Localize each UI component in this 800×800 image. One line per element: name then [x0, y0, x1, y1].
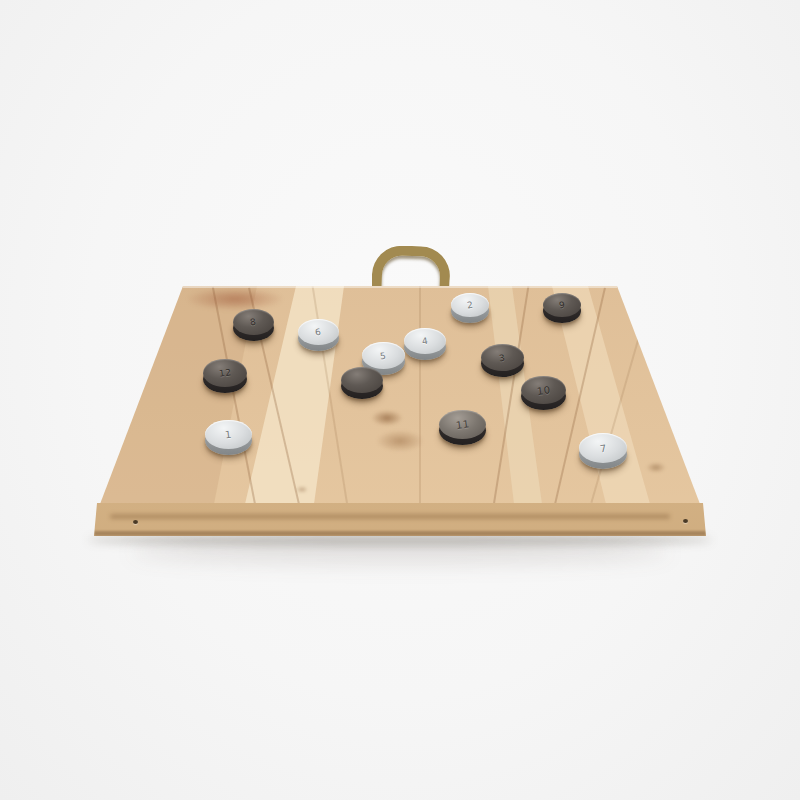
disc-face: 7 [579, 433, 627, 463]
wood-plank-streak [0, 0, 800, 800]
palet-disc-dark-12: 12 [203, 359, 247, 394]
wood-knot [371, 410, 403, 426]
disc-number: 12 [218, 367, 232, 379]
disc-face: 3 [481, 344, 524, 371]
wood-plank-streak [0, 0, 800, 800]
wood-knot [646, 462, 666, 473]
disc-face: 2 [451, 293, 489, 317]
board-top-edge-highlight [183, 286, 617, 288]
palet-disc-silver-1: 1 [205, 420, 252, 456]
palet-disc-dark-9: 9 [543, 293, 581, 324]
plank-seam [419, 285, 421, 507]
palet-disc-silver-4: 4 [404, 328, 446, 361]
rail-bottom-edge [94, 531, 706, 536]
palet-disc-silver-7: 7 [579, 433, 627, 470]
palet-disc-silver-6: 6 [298, 319, 339, 352]
palet-disc-dark-unmarked [341, 367, 383, 400]
disc-face: 1 [205, 420, 252, 449]
palet-disc-dark-8: 8 [233, 309, 274, 342]
disc-number: 1 [224, 429, 232, 441]
disc-number: 6 [315, 327, 323, 338]
wood-stain [188, 288, 282, 310]
palet-disc-dark-10: 10 [521, 376, 566, 411]
board-shadow-soft [130, 540, 670, 564]
disc-number: 7 [599, 442, 607, 454]
disc-number: 3 [499, 352, 507, 363]
disc-face: 6 [298, 319, 339, 345]
disc-face: 8 [233, 309, 274, 335]
disc-face: 9 [543, 293, 581, 317]
wood-plank-streak [0, 0, 800, 800]
disc-number: 10 [536, 384, 551, 397]
product-photo-scene: 2 9 8 6 4 5 3 12 10 11 1 [0, 0, 800, 800]
disc-number: 9 [558, 300, 566, 311]
palet-disc-dark-11: 11 [439, 410, 486, 446]
wood-knot [296, 486, 308, 493]
disc-face: 12 [203, 359, 247, 387]
disc-number: 11 [455, 418, 470, 431]
disc-number: 4 [421, 336, 429, 347]
disc-face [341, 367, 383, 393]
screw-hole [133, 520, 138, 524]
disc-face: 5 [362, 342, 405, 369]
disc-number: 5 [380, 350, 388, 361]
palet-disc-dark-3: 3 [481, 344, 524, 378]
wood-knot [640, 315, 654, 349]
rail-grain-streak [110, 514, 670, 519]
palet-disc-silver-2: 2 [451, 293, 489, 324]
wood-plank-streak [0, 0, 800, 800]
disc-face: 10 [521, 376, 566, 404]
disc-number: 8 [250, 317, 258, 328]
disc-face: 4 [404, 328, 446, 354]
disc-face: 11 [439, 410, 486, 439]
disc-number: 2 [466, 300, 474, 311]
wood-knot [376, 430, 424, 452]
screw-hole [683, 519, 688, 523]
palet-board-top-surface [0, 0, 800, 800]
